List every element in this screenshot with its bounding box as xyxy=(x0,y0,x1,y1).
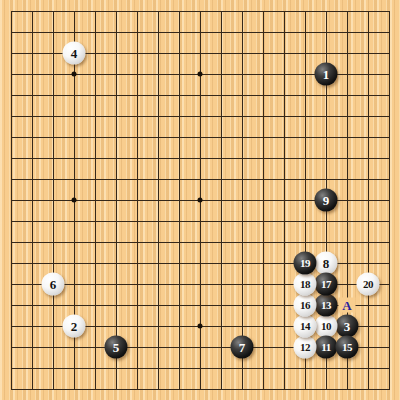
grid-line-vertical xyxy=(368,11,369,390)
point-label-A[interactable]: A xyxy=(339,298,356,313)
star-point xyxy=(72,198,77,203)
white-stone-Q7: 8 xyxy=(315,252,338,275)
black-stone-M3: 7 xyxy=(231,336,254,359)
white-stone-C6: 6 xyxy=(42,273,65,296)
move-number: 12 xyxy=(300,342,310,353)
move-number: 1 xyxy=(323,68,330,81)
move-number: 9 xyxy=(323,194,330,207)
black-stone-R3: 15 xyxy=(336,336,359,359)
move-number: 13 xyxy=(321,300,331,311)
white-stone-S6: 20 xyxy=(357,273,380,296)
star-point xyxy=(198,198,203,203)
move-number: 15 xyxy=(342,342,352,353)
move-number: 4 xyxy=(71,47,78,60)
white-stone-P3: 12 xyxy=(294,336,317,359)
move-number: 5 xyxy=(113,341,120,354)
white-stone-P4: 14 xyxy=(294,315,317,338)
white-stone-D17: 4 xyxy=(63,42,86,65)
move-number: 6 xyxy=(50,278,57,291)
black-stone-Q6: 17 xyxy=(315,273,338,296)
grid-line-vertical xyxy=(284,11,285,390)
grid-line-vertical xyxy=(389,11,390,390)
black-stone-F3: 5 xyxy=(105,336,128,359)
go-board[interactable]: 1234567891011121314151617181920A xyxy=(0,0,400,400)
grid-line-horizontal xyxy=(11,221,390,222)
black-stone-Q3: 11 xyxy=(315,336,338,359)
black-stone-P7: 19 xyxy=(294,252,317,275)
grid-line-vertical xyxy=(263,11,264,390)
move-number: 7 xyxy=(239,341,246,354)
move-number: 20 xyxy=(363,279,373,290)
star-point xyxy=(72,72,77,77)
white-stone-D4: 2 xyxy=(63,315,86,338)
grid-line-horizontal xyxy=(11,242,390,243)
move-number: 17 xyxy=(321,279,331,290)
white-stone-Q4: 10 xyxy=(315,315,338,338)
grid-line-vertical xyxy=(242,11,243,390)
move-number: 2 xyxy=(71,320,78,333)
move-number: 8 xyxy=(323,257,330,270)
grid-line-vertical xyxy=(221,11,222,390)
move-number: 18 xyxy=(300,279,310,290)
move-number: 19 xyxy=(300,258,310,269)
star-point xyxy=(198,324,203,329)
move-number: 3 xyxy=(344,320,351,333)
move-number: 10 xyxy=(321,321,331,332)
star-point xyxy=(198,72,203,77)
white-stone-P5: 16 xyxy=(294,294,317,317)
grid-line-horizontal xyxy=(11,368,390,369)
black-stone-Q5: 13 xyxy=(315,294,338,317)
move-number: 14 xyxy=(300,321,310,332)
move-number: 11 xyxy=(321,342,330,353)
black-stone-R4: 3 xyxy=(336,315,359,338)
black-stone-Q10: 9 xyxy=(315,189,338,212)
black-stone-Q16: 1 xyxy=(315,63,338,86)
white-stone-P6: 18 xyxy=(294,273,317,296)
grid-line-horizontal xyxy=(11,389,390,390)
move-number: 16 xyxy=(300,300,310,311)
